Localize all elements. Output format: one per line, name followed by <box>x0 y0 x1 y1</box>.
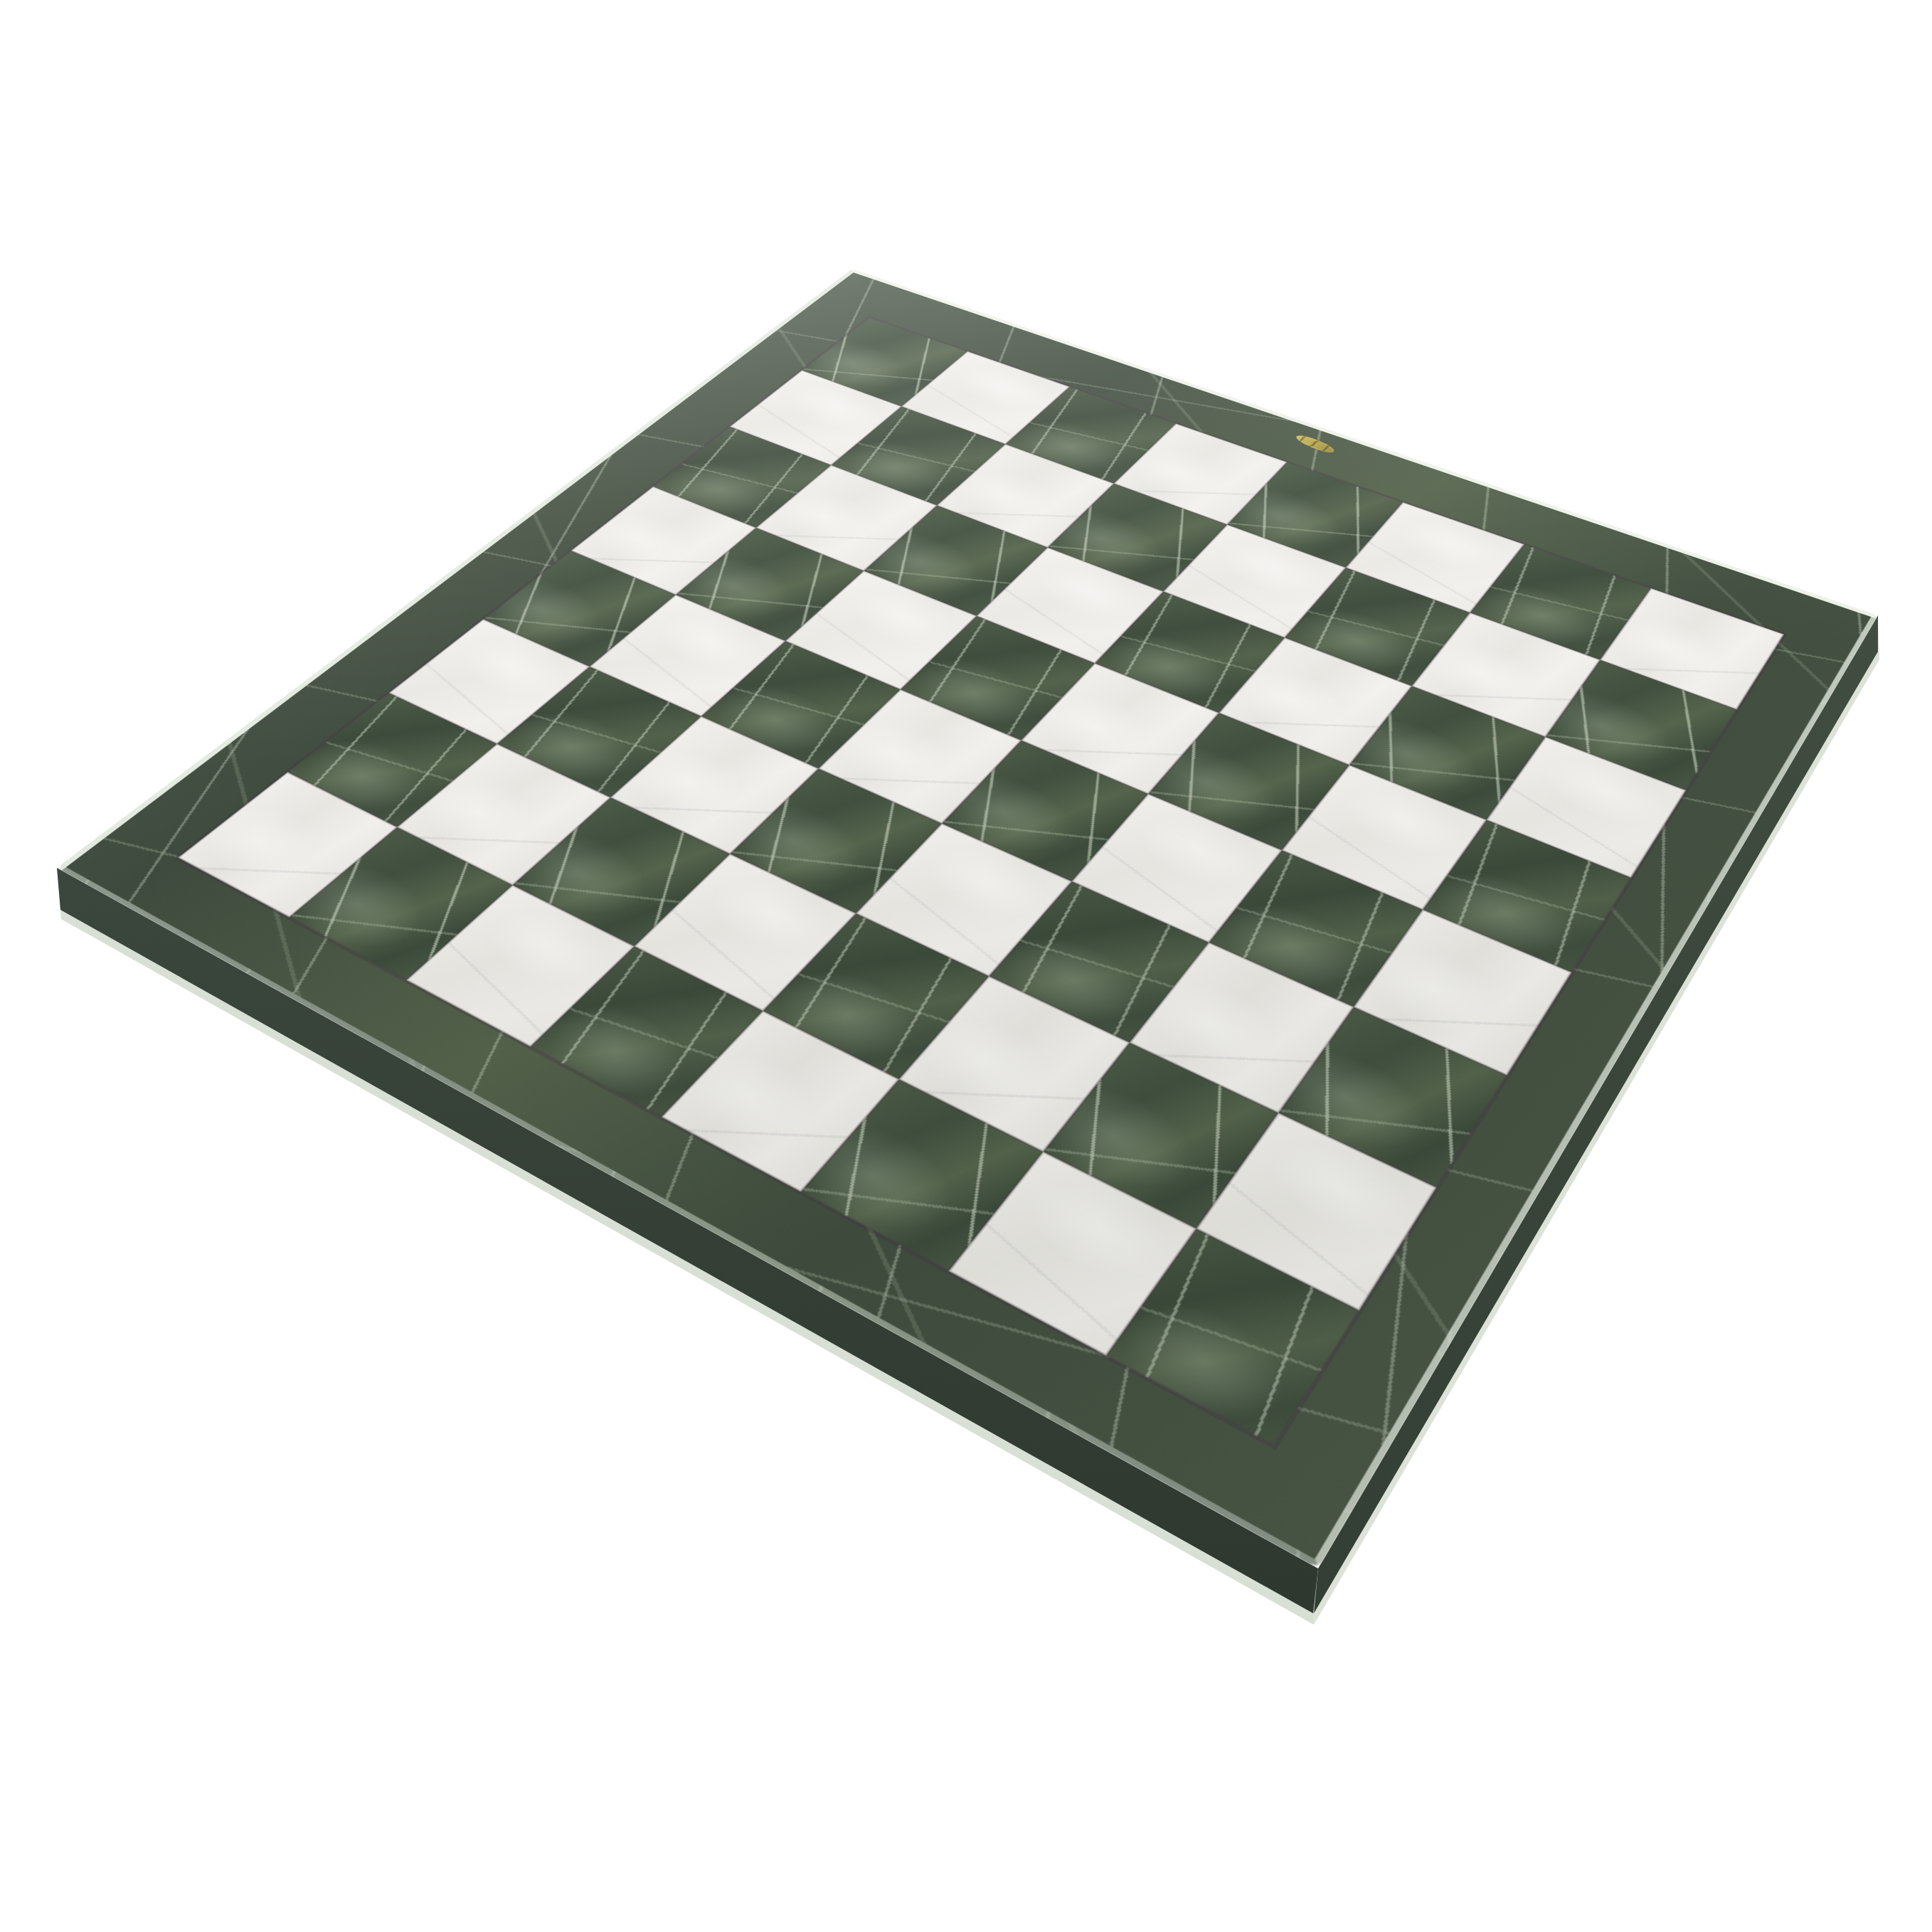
gold-maker-sticker-icon <box>1293 433 1337 455</box>
product-photo <box>0 0 1932 1932</box>
